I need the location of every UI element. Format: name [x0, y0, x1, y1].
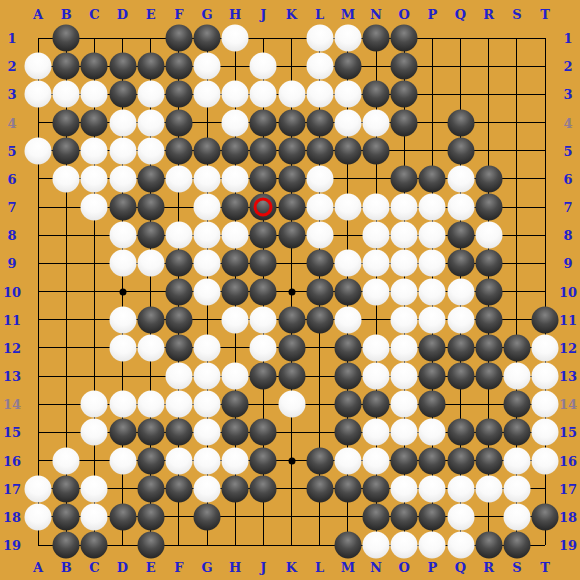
point-B15[interactable]	[52, 418, 80, 446]
point-S9[interactable]	[503, 249, 531, 277]
point-A7[interactable]	[24, 193, 52, 221]
point-A5[interactable]	[24, 137, 52, 165]
point-D18[interactable]	[109, 503, 137, 531]
point-M13[interactable]	[334, 362, 362, 390]
point-S16[interactable]	[503, 447, 531, 475]
point-R3[interactable]	[475, 80, 503, 108]
point-B3[interactable]	[52, 80, 80, 108]
point-N19[interactable]	[362, 531, 390, 559]
point-B19[interactable]	[52, 531, 80, 559]
point-F14[interactable]	[165, 390, 193, 418]
point-S13[interactable]	[503, 362, 531, 390]
point-E5[interactable]	[137, 137, 165, 165]
point-L16[interactable]	[306, 447, 334, 475]
point-M19[interactable]	[334, 531, 362, 559]
point-S19[interactable]	[503, 531, 531, 559]
point-J7[interactable]	[249, 193, 277, 221]
point-A17[interactable]	[24, 475, 52, 503]
point-L1[interactable]	[306, 24, 334, 52]
point-O6[interactable]	[390, 165, 418, 193]
point-B11[interactable]	[52, 306, 80, 334]
point-C13[interactable]	[80, 362, 108, 390]
point-H4[interactable]	[221, 109, 249, 137]
point-D4[interactable]	[109, 109, 137, 137]
point-N11[interactable]	[362, 306, 390, 334]
point-A2[interactable]	[24, 52, 52, 80]
point-C15[interactable]	[80, 418, 108, 446]
point-C16[interactable]	[80, 447, 108, 475]
point-G19[interactable]	[193, 531, 221, 559]
point-Q9[interactable]	[447, 249, 475, 277]
point-E2[interactable]	[137, 52, 165, 80]
point-R15[interactable]	[475, 418, 503, 446]
point-E15[interactable]	[137, 418, 165, 446]
point-B5[interactable]	[52, 137, 80, 165]
point-D3[interactable]	[109, 80, 137, 108]
point-F6[interactable]	[165, 165, 193, 193]
point-T14[interactable]	[531, 390, 559, 418]
point-S10[interactable]	[503, 278, 531, 306]
point-F15[interactable]	[165, 418, 193, 446]
point-L18[interactable]	[306, 503, 334, 531]
point-D17[interactable]	[109, 475, 137, 503]
point-M7[interactable]	[334, 193, 362, 221]
point-H17[interactable]	[221, 475, 249, 503]
point-A3[interactable]	[24, 80, 52, 108]
point-N9[interactable]	[362, 249, 390, 277]
point-N13[interactable]	[362, 362, 390, 390]
point-J1[interactable]	[249, 24, 277, 52]
point-B12[interactable]	[52, 334, 80, 362]
point-N16[interactable]	[362, 447, 390, 475]
point-E4[interactable]	[137, 109, 165, 137]
point-O15[interactable]	[390, 418, 418, 446]
point-A10[interactable]	[24, 278, 52, 306]
point-K14[interactable]	[278, 390, 306, 418]
point-S4[interactable]	[503, 109, 531, 137]
point-R7[interactable]	[475, 193, 503, 221]
point-P7[interactable]	[418, 193, 446, 221]
point-H7[interactable]	[221, 193, 249, 221]
point-P8[interactable]	[418, 221, 446, 249]
point-O13[interactable]	[390, 362, 418, 390]
point-Q19[interactable]	[447, 531, 475, 559]
point-S2[interactable]	[503, 52, 531, 80]
point-R5[interactable]	[475, 137, 503, 165]
point-T4[interactable]	[531, 109, 559, 137]
point-B1[interactable]	[52, 24, 80, 52]
point-T15[interactable]	[531, 418, 559, 446]
point-K12[interactable]	[278, 334, 306, 362]
point-N12[interactable]	[362, 334, 390, 362]
point-O14[interactable]	[390, 390, 418, 418]
point-B13[interactable]	[52, 362, 80, 390]
point-H9[interactable]	[221, 249, 249, 277]
point-E7[interactable]	[137, 193, 165, 221]
point-G9[interactable]	[193, 249, 221, 277]
point-T12[interactable]	[531, 334, 559, 362]
point-L7[interactable]	[306, 193, 334, 221]
point-N14[interactable]	[362, 390, 390, 418]
point-N3[interactable]	[362, 80, 390, 108]
point-O3[interactable]	[390, 80, 418, 108]
point-J9[interactable]	[249, 249, 277, 277]
point-S15[interactable]	[503, 418, 531, 446]
point-L11[interactable]	[306, 306, 334, 334]
point-C6[interactable]	[80, 165, 108, 193]
point-N2[interactable]	[362, 52, 390, 80]
point-Q4[interactable]	[447, 109, 475, 137]
point-G6[interactable]	[193, 165, 221, 193]
point-B8[interactable]	[52, 221, 80, 249]
point-F2[interactable]	[165, 52, 193, 80]
point-H6[interactable]	[221, 165, 249, 193]
point-O4[interactable]	[390, 109, 418, 137]
point-T3[interactable]	[531, 80, 559, 108]
point-P13[interactable]	[418, 362, 446, 390]
point-D5[interactable]	[109, 137, 137, 165]
point-T16[interactable]	[531, 447, 559, 475]
point-D1[interactable]	[109, 24, 137, 52]
point-C10[interactable]	[80, 278, 108, 306]
point-J5[interactable]	[249, 137, 277, 165]
point-J18[interactable]	[249, 503, 277, 531]
point-O1[interactable]	[390, 24, 418, 52]
point-S5[interactable]	[503, 137, 531, 165]
point-L5[interactable]	[306, 137, 334, 165]
point-K8[interactable]	[278, 221, 306, 249]
point-O16[interactable]	[390, 447, 418, 475]
point-H3[interactable]	[221, 80, 249, 108]
point-K16[interactable]	[278, 447, 306, 475]
point-A4[interactable]	[24, 109, 52, 137]
point-G1[interactable]	[193, 24, 221, 52]
point-E6[interactable]	[137, 165, 165, 193]
point-D15[interactable]	[109, 418, 137, 446]
point-M17[interactable]	[334, 475, 362, 503]
point-C14[interactable]	[80, 390, 108, 418]
point-L14[interactable]	[306, 390, 334, 418]
point-R2[interactable]	[475, 52, 503, 80]
point-E9[interactable]	[137, 249, 165, 277]
point-L4[interactable]	[306, 109, 334, 137]
point-K18[interactable]	[278, 503, 306, 531]
point-P9[interactable]	[418, 249, 446, 277]
point-G15[interactable]	[193, 418, 221, 446]
point-C18[interactable]	[80, 503, 108, 531]
point-R11[interactable]	[475, 306, 503, 334]
point-H13[interactable]	[221, 362, 249, 390]
point-T5[interactable]	[531, 137, 559, 165]
point-N17[interactable]	[362, 475, 390, 503]
point-T7[interactable]	[531, 193, 559, 221]
point-N6[interactable]	[362, 165, 390, 193]
point-H8[interactable]	[221, 221, 249, 249]
point-O2[interactable]	[390, 52, 418, 80]
point-S12[interactable]	[503, 334, 531, 362]
point-L6[interactable]	[306, 165, 334, 193]
point-F16[interactable]	[165, 447, 193, 475]
point-J14[interactable]	[249, 390, 277, 418]
point-G7[interactable]	[193, 193, 221, 221]
point-K13[interactable]	[278, 362, 306, 390]
point-T18[interactable]	[531, 503, 559, 531]
point-H5[interactable]	[221, 137, 249, 165]
point-M18[interactable]	[334, 503, 362, 531]
point-D6[interactable]	[109, 165, 137, 193]
point-A1[interactable]	[24, 24, 52, 52]
point-M4[interactable]	[334, 109, 362, 137]
point-T9[interactable]	[531, 249, 559, 277]
point-B14[interactable]	[52, 390, 80, 418]
point-N1[interactable]	[362, 24, 390, 52]
point-C3[interactable]	[80, 80, 108, 108]
point-M5[interactable]	[334, 137, 362, 165]
point-R9[interactable]	[475, 249, 503, 277]
point-K19[interactable]	[278, 531, 306, 559]
point-A6[interactable]	[24, 165, 52, 193]
point-Q17[interactable]	[447, 475, 475, 503]
point-J19[interactable]	[249, 531, 277, 559]
point-Q13[interactable]	[447, 362, 475, 390]
point-M10[interactable]	[334, 278, 362, 306]
point-T11[interactable]	[531, 306, 559, 334]
point-B7[interactable]	[52, 193, 80, 221]
point-C8[interactable]	[80, 221, 108, 249]
point-A11[interactable]	[24, 306, 52, 334]
point-R16[interactable]	[475, 447, 503, 475]
point-R17[interactable]	[475, 475, 503, 503]
point-S7[interactable]	[503, 193, 531, 221]
point-S6[interactable]	[503, 165, 531, 193]
point-D9[interactable]	[109, 249, 137, 277]
point-H19[interactable]	[221, 531, 249, 559]
point-K2[interactable]	[278, 52, 306, 80]
point-D7[interactable]	[109, 193, 137, 221]
point-J11[interactable]	[249, 306, 277, 334]
point-P16[interactable]	[418, 447, 446, 475]
point-F8[interactable]	[165, 221, 193, 249]
point-B17[interactable]	[52, 475, 80, 503]
point-J13[interactable]	[249, 362, 277, 390]
point-H10[interactable]	[221, 278, 249, 306]
point-E16[interactable]	[137, 447, 165, 475]
point-M1[interactable]	[334, 24, 362, 52]
point-G11[interactable]	[193, 306, 221, 334]
point-H11[interactable]	[221, 306, 249, 334]
point-L3[interactable]	[306, 80, 334, 108]
point-F17[interactable]	[165, 475, 193, 503]
point-Q12[interactable]	[447, 334, 475, 362]
point-F4[interactable]	[165, 109, 193, 137]
point-E13[interactable]	[137, 362, 165, 390]
point-Q6[interactable]	[447, 165, 475, 193]
point-F11[interactable]	[165, 306, 193, 334]
point-L15[interactable]	[306, 418, 334, 446]
point-C7[interactable]	[80, 193, 108, 221]
point-P1[interactable]	[418, 24, 446, 52]
point-G12[interactable]	[193, 334, 221, 362]
point-P4[interactable]	[418, 109, 446, 137]
point-R6[interactable]	[475, 165, 503, 193]
point-F3[interactable]	[165, 80, 193, 108]
point-N15[interactable]	[362, 418, 390, 446]
point-D13[interactable]	[109, 362, 137, 390]
point-G17[interactable]	[193, 475, 221, 503]
point-M2[interactable]	[334, 52, 362, 80]
point-E1[interactable]	[137, 24, 165, 52]
point-A9[interactable]	[24, 249, 52, 277]
point-J3[interactable]	[249, 80, 277, 108]
point-C9[interactable]	[80, 249, 108, 277]
point-K7[interactable]	[278, 193, 306, 221]
point-F18[interactable]	[165, 503, 193, 531]
point-F5[interactable]	[165, 137, 193, 165]
point-O8[interactable]	[390, 221, 418, 249]
point-J10[interactable]	[249, 278, 277, 306]
point-O7[interactable]	[390, 193, 418, 221]
point-A8[interactable]	[24, 221, 52, 249]
point-B18[interactable]	[52, 503, 80, 531]
point-D8[interactable]	[109, 221, 137, 249]
point-K10[interactable]	[278, 278, 306, 306]
point-M16[interactable]	[334, 447, 362, 475]
point-S8[interactable]	[503, 221, 531, 249]
point-L9[interactable]	[306, 249, 334, 277]
point-P12[interactable]	[418, 334, 446, 362]
point-P15[interactable]	[418, 418, 446, 446]
point-F12[interactable]	[165, 334, 193, 362]
point-A19[interactable]	[24, 531, 52, 559]
point-Q10[interactable]	[447, 278, 475, 306]
point-P19[interactable]	[418, 531, 446, 559]
point-C11[interactable]	[80, 306, 108, 334]
point-A14[interactable]	[24, 390, 52, 418]
point-S18[interactable]	[503, 503, 531, 531]
point-T1[interactable]	[531, 24, 559, 52]
point-T10[interactable]	[531, 278, 559, 306]
point-R13[interactable]	[475, 362, 503, 390]
point-D14[interactable]	[109, 390, 137, 418]
point-M3[interactable]	[334, 80, 362, 108]
point-P2[interactable]	[418, 52, 446, 80]
point-K3[interactable]	[278, 80, 306, 108]
point-Q16[interactable]	[447, 447, 475, 475]
point-Q5[interactable]	[447, 137, 475, 165]
point-P6[interactable]	[418, 165, 446, 193]
point-D10[interactable]	[109, 278, 137, 306]
point-G10[interactable]	[193, 278, 221, 306]
point-G3[interactable]	[193, 80, 221, 108]
point-J4[interactable]	[249, 109, 277, 137]
point-P17[interactable]	[418, 475, 446, 503]
point-N5[interactable]	[362, 137, 390, 165]
point-R19[interactable]	[475, 531, 503, 559]
point-P3[interactable]	[418, 80, 446, 108]
point-C19[interactable]	[80, 531, 108, 559]
point-N4[interactable]	[362, 109, 390, 137]
point-J6[interactable]	[249, 165, 277, 193]
point-O18[interactable]	[390, 503, 418, 531]
point-L2[interactable]	[306, 52, 334, 80]
point-D16[interactable]	[109, 447, 137, 475]
point-G18[interactable]	[193, 503, 221, 531]
point-H15[interactable]	[221, 418, 249, 446]
point-G14[interactable]	[193, 390, 221, 418]
point-M11[interactable]	[334, 306, 362, 334]
point-E8[interactable]	[137, 221, 165, 249]
point-A12[interactable]	[24, 334, 52, 362]
point-Q14[interactable]	[447, 390, 475, 418]
point-T6[interactable]	[531, 165, 559, 193]
point-E14[interactable]	[137, 390, 165, 418]
point-Q8[interactable]	[447, 221, 475, 249]
point-C5[interactable]	[80, 137, 108, 165]
point-G4[interactable]	[193, 109, 221, 137]
point-T2[interactable]	[531, 52, 559, 80]
point-D19[interactable]	[109, 531, 137, 559]
point-Q15[interactable]	[447, 418, 475, 446]
point-K15[interactable]	[278, 418, 306, 446]
point-F1[interactable]	[165, 24, 193, 52]
point-Q2[interactable]	[447, 52, 475, 80]
point-S14[interactable]	[503, 390, 531, 418]
point-E11[interactable]	[137, 306, 165, 334]
point-C17[interactable]	[80, 475, 108, 503]
point-D12[interactable]	[109, 334, 137, 362]
point-N7[interactable]	[362, 193, 390, 221]
point-E18[interactable]	[137, 503, 165, 531]
point-M15[interactable]	[334, 418, 362, 446]
point-H12[interactable]	[221, 334, 249, 362]
point-L19[interactable]	[306, 531, 334, 559]
point-M6[interactable]	[334, 165, 362, 193]
point-R8[interactable]	[475, 221, 503, 249]
point-D2[interactable]	[109, 52, 137, 80]
point-H16[interactable]	[221, 447, 249, 475]
point-J15[interactable]	[249, 418, 277, 446]
point-S17[interactable]	[503, 475, 531, 503]
point-D11[interactable]	[109, 306, 137, 334]
point-H2[interactable]	[221, 52, 249, 80]
point-R14[interactable]	[475, 390, 503, 418]
point-M12[interactable]	[334, 334, 362, 362]
point-J17[interactable]	[249, 475, 277, 503]
point-C12[interactable]	[80, 334, 108, 362]
point-F9[interactable]	[165, 249, 193, 277]
point-O19[interactable]	[390, 531, 418, 559]
point-Q11[interactable]	[447, 306, 475, 334]
point-K11[interactable]	[278, 306, 306, 334]
point-L8[interactable]	[306, 221, 334, 249]
point-H18[interactable]	[221, 503, 249, 531]
point-J16[interactable]	[249, 447, 277, 475]
point-T17[interactable]	[531, 475, 559, 503]
point-M14[interactable]	[334, 390, 362, 418]
point-F10[interactable]	[165, 278, 193, 306]
point-J2[interactable]	[249, 52, 277, 80]
point-L13[interactable]	[306, 362, 334, 390]
point-A13[interactable]	[24, 362, 52, 390]
point-N18[interactable]	[362, 503, 390, 531]
point-S3[interactable]	[503, 80, 531, 108]
point-P10[interactable]	[418, 278, 446, 306]
point-G13[interactable]	[193, 362, 221, 390]
point-P14[interactable]	[418, 390, 446, 418]
point-B4[interactable]	[52, 109, 80, 137]
point-O12[interactable]	[390, 334, 418, 362]
point-E17[interactable]	[137, 475, 165, 503]
